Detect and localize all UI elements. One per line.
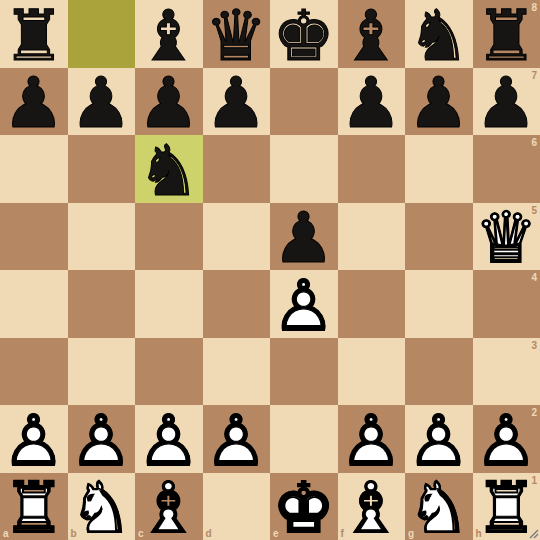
coord-file-g: g — [408, 528, 414, 539]
coord-file-a: a — [3, 528, 9, 539]
square-f8[interactable]: ♝ — [338, 0, 406, 68]
square-b8[interactable] — [68, 0, 136, 68]
black-pawn-glyph: ♟ — [203, 70, 271, 138]
square-e3[interactable] — [270, 338, 338, 406]
square-f5[interactable] — [338, 203, 406, 271]
piece-white-bishop[interactable]: ♝♗ — [338, 475, 406, 540]
square-c8[interactable]: ♝ — [135, 0, 203, 68]
square-f3[interactable] — [338, 338, 406, 406]
square-a8[interactable]: ♜ — [0, 0, 68, 68]
piece-white-rook[interactable]: ♜♖ — [0, 475, 68, 540]
white-pawn-outline: ♙ — [68, 407, 136, 475]
square-g5[interactable] — [405, 203, 473, 271]
square-e4[interactable]: ♟♙ — [270, 270, 338, 338]
black-rook-glyph: ♜ — [473, 2, 540, 70]
black-knight-glyph: ♞ — [405, 2, 473, 70]
square-c7[interactable]: ♟ — [135, 68, 203, 136]
square-e8[interactable]: ♚ — [270, 0, 338, 68]
white-pawn-outline: ♙ — [473, 407, 540, 475]
square-c2[interactable]: ♟♙ — [135, 405, 203, 473]
black-king-glyph: ♚ — [270, 2, 338, 70]
square-e6[interactable] — [270, 135, 338, 203]
coord-rank-3: 3 — [531, 340, 537, 351]
piece-white-pawn[interactable]: ♟♙ — [473, 407, 540, 475]
white-knight-outline: ♘ — [405, 475, 473, 540]
white-bishop-outline: ♗ — [135, 475, 203, 540]
square-b3[interactable] — [68, 338, 136, 406]
square-g8[interactable]: ♞ — [405, 0, 473, 68]
square-h3[interactable]: 3 — [473, 338, 540, 406]
square-g6[interactable] — [405, 135, 473, 203]
piece-white-knight[interactable]: ♞♘ — [68, 475, 136, 540]
coord-rank-2: 2 — [531, 407, 537, 418]
piece-black-pawn[interactable]: ♟ — [405, 70, 473, 138]
square-e5[interactable]: ♟ — [270, 203, 338, 271]
piece-white-pawn[interactable]: ♟♙ — [135, 407, 203, 475]
square-g3[interactable] — [405, 338, 473, 406]
coord-rank-7: 7 — [531, 70, 537, 81]
square-d5[interactable] — [203, 203, 271, 271]
square-b6[interactable] — [68, 135, 136, 203]
square-d3[interactable] — [203, 338, 271, 406]
piece-white-pawn[interactable]: ♟♙ — [270, 272, 338, 340]
square-h7[interactable]: ♟7 — [473, 68, 540, 136]
square-h2[interactable]: ♟♙2 — [473, 405, 540, 473]
piece-black-knight[interactable]: ♞ — [405, 2, 473, 70]
square-h8[interactable]: ♜8 — [473, 0, 540, 68]
square-f7[interactable]: ♟ — [338, 68, 406, 136]
square-h4[interactable]: 4 — [473, 270, 540, 338]
coord-rank-6: 6 — [531, 137, 537, 148]
white-pawn-outline: ♙ — [270, 272, 338, 340]
board-resize-handle-icon[interactable] — [527, 527, 539, 539]
piece-black-rook[interactable]: ♜ — [0, 2, 68, 70]
piece-black-bishop[interactable]: ♝ — [135, 2, 203, 70]
coord-file-f: f — [341, 528, 344, 539]
piece-black-pawn[interactable]: ♟ — [338, 70, 406, 138]
piece-black-pawn[interactable]: ♟ — [473, 70, 540, 138]
square-d6[interactable] — [203, 135, 271, 203]
square-e7[interactable] — [270, 68, 338, 136]
piece-black-pawn[interactable]: ♟ — [68, 70, 136, 138]
square-b2[interactable]: ♟♙ — [68, 405, 136, 473]
piece-black-bishop[interactable]: ♝ — [338, 2, 406, 70]
square-d2[interactable]: ♟♙ — [203, 405, 271, 473]
square-f4[interactable] — [338, 270, 406, 338]
piece-white-queen[interactable]: ♛♕ — [473, 205, 540, 273]
square-g7[interactable]: ♟ — [405, 68, 473, 136]
square-a5[interactable] — [0, 203, 68, 271]
square-a1[interactable]: ♜♖a — [0, 473, 68, 540]
white-pawn-outline: ♙ — [135, 407, 203, 475]
black-pawn-glyph: ♟ — [0, 70, 68, 138]
square-c1[interactable]: ♝♗c — [135, 473, 203, 540]
piece-white-king[interactable]: ♚♔ — [270, 475, 338, 540]
square-b4[interactable] — [68, 270, 136, 338]
white-queen-outline: ♕ — [473, 205, 540, 273]
chess-board: ♜♝♛♚♝♞♜8♟♟♟♟♟♟♟7♞6♟♛♕5♟♙43♟♙♟♙♟♙♟♙♟♙♟♙♟♙… — [0, 0, 540, 540]
square-e1[interactable]: ♚♔e — [270, 473, 338, 540]
square-g1[interactable]: ♞♘g — [405, 473, 473, 540]
coord-file-e: e — [273, 528, 279, 539]
coord-file-h: h — [476, 528, 482, 539]
square-a4[interactable] — [0, 270, 68, 338]
square-d7[interactable]: ♟ — [203, 68, 271, 136]
square-c6[interactable]: ♞ — [135, 135, 203, 203]
white-pawn-outline: ♙ — [405, 407, 473, 475]
black-bishop-glyph: ♝ — [135, 2, 203, 70]
square-g4[interactable] — [405, 270, 473, 338]
coord-rank-1: 1 — [531, 475, 537, 486]
coord-file-c: c — [138, 528, 144, 539]
piece-white-knight[interactable]: ♞♘ — [405, 475, 473, 540]
square-a7[interactable]: ♟ — [0, 68, 68, 136]
square-e2[interactable] — [270, 405, 338, 473]
piece-white-pawn[interactable]: ♟♙ — [338, 407, 406, 475]
black-rook-glyph: ♜ — [0, 2, 68, 70]
square-b5[interactable] — [68, 203, 136, 271]
black-knight-glyph: ♞ — [135, 137, 203, 205]
square-b7[interactable]: ♟ — [68, 68, 136, 136]
white-rook-outline: ♖ — [0, 475, 68, 540]
black-pawn-glyph: ♟ — [473, 70, 540, 138]
piece-white-bishop[interactable]: ♝♗ — [135, 475, 203, 540]
square-c5[interactable] — [135, 203, 203, 271]
white-pawn-outline: ♙ — [203, 407, 271, 475]
white-pawn-outline: ♙ — [0, 407, 68, 475]
piece-black-rook[interactable]: ♜ — [473, 2, 540, 70]
piece-white-pawn[interactable]: ♟♙ — [203, 407, 271, 475]
square-f6[interactable] — [338, 135, 406, 203]
square-c3[interactable] — [135, 338, 203, 406]
black-pawn-glyph: ♟ — [405, 70, 473, 138]
square-a3[interactable] — [0, 338, 68, 406]
piece-black-queen[interactable]: ♛ — [203, 2, 271, 70]
piece-black-pawn[interactable]: ♟ — [203, 70, 271, 138]
black-bishop-glyph: ♝ — [338, 2, 406, 70]
piece-white-pawn[interactable]: ♟♙ — [68, 407, 136, 475]
square-d8[interactable]: ♛ — [203, 0, 271, 68]
square-f1[interactable]: ♝♗f — [338, 473, 406, 540]
black-pawn-glyph: ♟ — [68, 70, 136, 138]
piece-black-king[interactable]: ♚ — [270, 2, 338, 70]
piece-white-pawn[interactable]: ♟♙ — [0, 407, 68, 475]
white-bishop-outline: ♗ — [338, 475, 406, 540]
coord-rank-4: 4 — [531, 272, 537, 283]
coord-rank-5: 5 — [531, 205, 537, 216]
square-h6[interactable]: 6 — [473, 135, 540, 203]
square-d4[interactable] — [203, 270, 271, 338]
piece-black-pawn[interactable]: ♟ — [270, 205, 338, 273]
black-pawn-glyph: ♟ — [270, 205, 338, 273]
black-pawn-glyph: ♟ — [338, 70, 406, 138]
coord-file-b: b — [71, 528, 77, 539]
coord-rank-8: 8 — [531, 2, 537, 13]
square-h5[interactable]: ♛♕5 — [473, 203, 540, 271]
piece-white-pawn[interactable]: ♟♙ — [405, 407, 473, 475]
square-f2[interactable]: ♟♙ — [338, 405, 406, 473]
square-a6[interactable] — [0, 135, 68, 203]
black-queen-glyph: ♛ — [203, 2, 271, 70]
white-knight-outline: ♘ — [68, 475, 136, 540]
piece-black-knight[interactable]: ♞ — [135, 137, 203, 205]
white-pawn-outline: ♙ — [338, 407, 406, 475]
square-a2[interactable]: ♟♙ — [0, 405, 68, 473]
square-c4[interactable] — [135, 270, 203, 338]
square-g2[interactable]: ♟♙ — [405, 405, 473, 473]
piece-black-pawn[interactable]: ♟ — [135, 70, 203, 138]
white-king-outline: ♔ — [270, 475, 338, 540]
piece-black-pawn[interactable]: ♟ — [0, 70, 68, 138]
square-d1[interactable]: d — [203, 473, 271, 540]
square-b1[interactable]: ♞♘b — [68, 473, 136, 540]
coord-file-d: d — [206, 528, 212, 539]
black-pawn-glyph: ♟ — [135, 70, 203, 138]
